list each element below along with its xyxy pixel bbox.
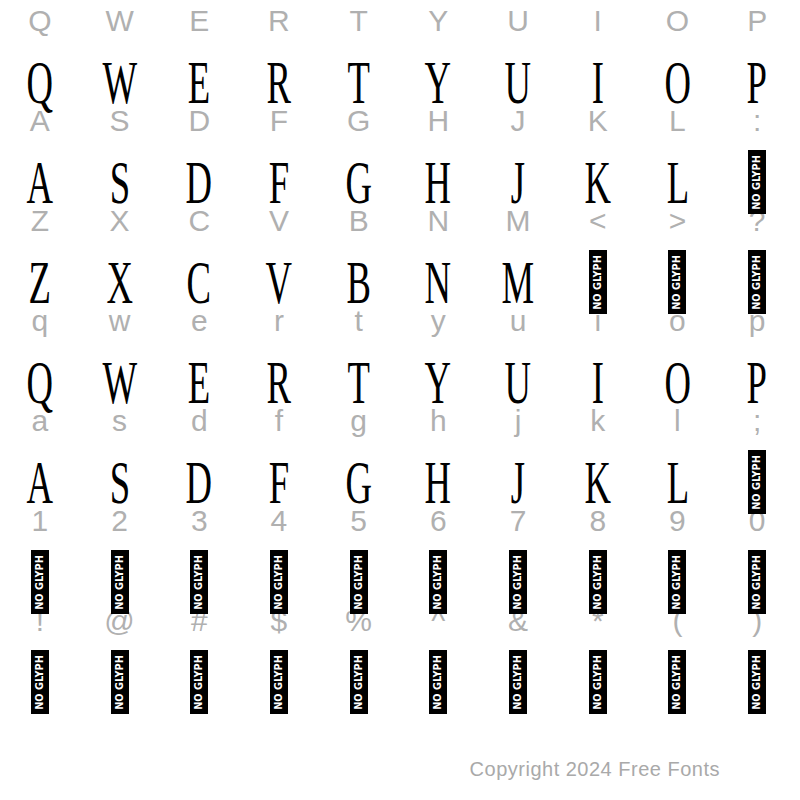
charmap-cell: VV — [239, 200, 319, 300]
reference-char: Q — [0, 4, 80, 38]
no-glyph-badge: NO GLYPH — [429, 650, 447, 714]
no-glyph-label: NO GLYPH — [193, 655, 206, 710]
charmap-cell: DD — [159, 100, 239, 200]
no-glyph-badge: NO GLYPH — [31, 650, 49, 714]
no-glyph-label: NO GLYPH — [751, 455, 764, 510]
reference-char: u — [478, 304, 558, 338]
charmap-cell: UU — [478, 0, 558, 100]
reference-char: Y — [398, 4, 478, 38]
reference-char: E — [159, 4, 239, 38]
no-glyph-label: NO GLYPH — [113, 555, 126, 610]
charmap-cell: <NO GLYPH — [558, 200, 638, 300]
no-glyph-label: NO GLYPH — [512, 555, 525, 610]
charmap-cell: 9NO GLYPH — [638, 500, 718, 600]
no-glyph-badge: NO GLYPH — [190, 550, 208, 614]
reference-char: 6 — [398, 504, 478, 538]
reference-char: k — [558, 404, 638, 438]
charmap-cell: 7NO GLYPH — [478, 500, 558, 600]
charmap-row: !NO GLYPH@NO GLYPH#NO GLYPH$NO GLYPH%NO … — [0, 600, 797, 700]
no-glyph-badge: NO GLYPH — [350, 550, 368, 614]
charmap-cell: #NO GLYPH — [159, 600, 239, 700]
reference-char: 8 — [558, 504, 638, 538]
charmap-cell: NN — [398, 200, 478, 300]
reference-char: : — [717, 104, 797, 138]
reference-char: f — [239, 404, 319, 438]
charmap-cell: QQ — [0, 0, 80, 100]
reference-char: R — [239, 4, 319, 38]
charmap-cell: 4NO GLYPH — [239, 500, 319, 600]
reference-char: t — [319, 304, 399, 338]
character-map: QQWWEERRTTYYUUIIOOPPAASSDDFFGGHHJJKKLL:N… — [0, 0, 797, 700]
charmap-cell: XX — [80, 200, 160, 300]
charmap-cell: PP — [717, 0, 797, 100]
no-glyph-badge: NO GLYPH — [589, 250, 607, 314]
charmap-cell: lL — [638, 400, 718, 500]
no-glyph-label: NO GLYPH — [33, 655, 46, 710]
no-glyph-label: NO GLYPH — [272, 555, 285, 610]
charmap-row: ZZXXCCVVBBNNMM<NO GLYPH>NO GLYPH?NO GLYP… — [0, 200, 797, 300]
no-glyph-badge: NO GLYPH — [429, 550, 447, 614]
no-glyph-badge: NO GLYPH — [31, 550, 49, 614]
no-glyph-label: NO GLYPH — [751, 555, 764, 610]
charmap-cell: wW — [80, 300, 160, 400]
reference-char: > — [638, 204, 718, 238]
no-glyph-label: NO GLYPH — [671, 655, 684, 710]
reference-char: ; — [717, 404, 797, 438]
copyright-text: Copyright 2024 Free Fonts — [470, 758, 720, 781]
reference-char: I — [558, 4, 638, 38]
reference-char: H — [398, 104, 478, 138]
no-glyph-label: NO GLYPH — [432, 555, 445, 610]
reference-char: J — [478, 104, 558, 138]
charmap-cell: CC — [159, 200, 239, 300]
reference-char: U — [478, 4, 558, 38]
no-glyph-label: NO GLYPH — [432, 655, 445, 710]
reference-char: 2 — [80, 504, 160, 538]
charmap-cell: )NO GLYPH — [717, 600, 797, 700]
charmap-cell: FF — [239, 100, 319, 200]
reference-char: Z — [0, 204, 80, 238]
reference-char: r — [239, 304, 319, 338]
charmap-row: AASSDDFFGGHHJJKKLL:NO GLYPH — [0, 100, 797, 200]
reference-char: B — [319, 204, 399, 238]
reference-char: T — [319, 4, 399, 38]
no-glyph-badge: NO GLYPH — [668, 250, 686, 314]
no-glyph-badge: NO GLYPH — [509, 650, 527, 714]
charmap-cell: pP — [717, 300, 797, 400]
charmap-cell: :NO GLYPH — [717, 100, 797, 200]
no-glyph-label: NO GLYPH — [113, 655, 126, 710]
charmap-cell: gG — [319, 400, 399, 500]
charmap-cell: HH — [398, 100, 478, 200]
charmap-cell: KK — [558, 100, 638, 200]
charmap-cell: 5NO GLYPH — [319, 500, 399, 600]
reference-char: h — [398, 404, 478, 438]
reference-char: N — [398, 204, 478, 238]
charmap-cell: tT — [319, 300, 399, 400]
charmap-cell: 2NO GLYPH — [80, 500, 160, 600]
charmap-row: aAsSdDfFgGhHjJkKlL;NO GLYPH — [0, 400, 797, 500]
no-glyph-label: NO GLYPH — [591, 555, 604, 610]
charmap-cell: YY — [398, 0, 478, 100]
charmap-cell: ^NO GLYPH — [398, 600, 478, 700]
charmap-cell: 6NO GLYPH — [398, 500, 478, 600]
reference-char: e — [159, 304, 239, 338]
reference-char: a — [0, 404, 80, 438]
reference-char: 5 — [319, 504, 399, 538]
no-glyph-label: NO GLYPH — [671, 255, 684, 310]
reference-char: < — [558, 204, 638, 238]
reference-char: F — [239, 104, 319, 138]
charmap-cell: hH — [398, 400, 478, 500]
reference-char: l — [638, 404, 718, 438]
no-glyph-badge: NO GLYPH — [111, 550, 129, 614]
no-glyph-label: NO GLYPH — [671, 555, 684, 610]
reference-char: 3 — [159, 504, 239, 538]
charmap-cell: fF — [239, 400, 319, 500]
charmap-row: qQwWeErRtTyYuUiIoOpP — [0, 300, 797, 400]
charmap-cell: oO — [638, 300, 718, 400]
charmap-cell: *NO GLYPH — [558, 600, 638, 700]
no-glyph-label: NO GLYPH — [193, 555, 206, 610]
charmap-cell: 0NO GLYPH — [717, 500, 797, 600]
no-glyph-badge: NO GLYPH — [748, 150, 766, 214]
no-glyph-badge: NO GLYPH — [111, 650, 129, 714]
no-glyph-badge: NO GLYPH — [748, 250, 766, 314]
charmap-cell: LL — [638, 100, 718, 200]
no-glyph-label: NO GLYPH — [352, 655, 365, 710]
reference-char: L — [638, 104, 718, 138]
charmap-cell: eE — [159, 300, 239, 400]
charmap-cell: sS — [80, 400, 160, 500]
reference-char: w — [80, 304, 160, 338]
reference-char: S — [80, 104, 160, 138]
charmap-cell: yY — [398, 300, 478, 400]
charmap-cell: !NO GLYPH — [0, 600, 80, 700]
charmap-cell: jJ — [478, 400, 558, 500]
charmap-cell: EE — [159, 0, 239, 100]
charmap-cell: RR — [239, 0, 319, 100]
charmap-cell: %NO GLYPH — [319, 600, 399, 700]
no-glyph-label: NO GLYPH — [352, 555, 365, 610]
charmap-cell: JJ — [478, 100, 558, 200]
no-glyph-badge: NO GLYPH — [589, 550, 607, 614]
reference-char: M — [478, 204, 558, 238]
charmap-cell: iI — [558, 300, 638, 400]
reference-char: G — [319, 104, 399, 138]
charmap-cell: ZZ — [0, 200, 80, 300]
charmap-cell: &NO GLYPH — [478, 600, 558, 700]
charmap-cell: 3NO GLYPH — [159, 500, 239, 600]
reference-char: y — [398, 304, 478, 338]
reference-char: q — [0, 304, 80, 338]
charmap-cell: II — [558, 0, 638, 100]
no-glyph-badge: NO GLYPH — [668, 650, 686, 714]
reference-char: 7 — [478, 504, 558, 538]
charmap-cell: qQ — [0, 300, 80, 400]
no-glyph-badge: NO GLYPH — [589, 650, 607, 714]
charmap-cell: AA — [0, 100, 80, 200]
no-glyph-label: NO GLYPH — [751, 655, 764, 710]
no-glyph-badge: NO GLYPH — [350, 650, 368, 714]
no-glyph-badge: NO GLYPH — [270, 650, 288, 714]
reference-char: D — [159, 104, 239, 138]
charmap-cell: OO — [638, 0, 718, 100]
reference-char: A — [0, 104, 80, 138]
charmap-cell: MM — [478, 200, 558, 300]
charmap-cell: BB — [319, 200, 399, 300]
charmap-cell: kK — [558, 400, 638, 500]
no-glyph-badge: NO GLYPH — [270, 550, 288, 614]
charmap-cell: ?NO GLYPH — [717, 200, 797, 300]
no-glyph-label: NO GLYPH — [512, 655, 525, 710]
no-glyph-badge: NO GLYPH — [748, 650, 766, 714]
no-glyph-badge: NO GLYPH — [190, 650, 208, 714]
charmap-cell: 1NO GLYPH — [0, 500, 80, 600]
no-glyph-badge: NO GLYPH — [509, 550, 527, 614]
charmap-cell: $NO GLYPH — [239, 600, 319, 700]
charmap-cell: WW — [80, 0, 160, 100]
no-glyph-badge: NO GLYPH — [748, 450, 766, 514]
charmap-cell: aA — [0, 400, 80, 500]
no-glyph-label: NO GLYPH — [33, 555, 46, 610]
charmap-row: QQWWEERRTTYYUUIIOOPP — [0, 0, 797, 100]
reference-char: W — [80, 4, 160, 38]
reference-char: 1 — [0, 504, 80, 538]
no-glyph-label: NO GLYPH — [272, 655, 285, 710]
no-glyph-badge: NO GLYPH — [668, 550, 686, 614]
reference-char: K — [558, 104, 638, 138]
no-glyph-label: NO GLYPH — [751, 255, 764, 310]
no-glyph-label: NO GLYPH — [751, 155, 764, 210]
reference-char: V — [239, 204, 319, 238]
charmap-row: 1NO GLYPH2NO GLYPH3NO GLYPH4NO GLYPH5NO … — [0, 500, 797, 600]
charmap-cell: TT — [319, 0, 399, 100]
charmap-cell: >NO GLYPH — [638, 200, 718, 300]
reference-char: O — [638, 4, 718, 38]
charmap-cell: uU — [478, 300, 558, 400]
reference-char: s — [80, 404, 160, 438]
charmap-cell: rR — [239, 300, 319, 400]
reference-char: C — [159, 204, 239, 238]
charmap-cell: dD — [159, 400, 239, 500]
reference-char: X — [80, 204, 160, 238]
no-glyph-label: NO GLYPH — [591, 255, 604, 310]
charmap-cell: @NO GLYPH — [80, 600, 160, 700]
reference-char: P — [717, 4, 797, 38]
reference-char: 9 — [638, 504, 718, 538]
reference-char: d — [159, 404, 239, 438]
reference-char: j — [478, 404, 558, 438]
no-glyph-badge: NO GLYPH — [748, 550, 766, 614]
no-glyph-label: NO GLYPH — [591, 655, 604, 710]
charmap-cell: 8NO GLYPH — [558, 500, 638, 600]
charmap-cell: ;NO GLYPH — [717, 400, 797, 500]
reference-char: 4 — [239, 504, 319, 538]
charmap-cell: (NO GLYPH — [638, 600, 718, 700]
charmap-cell: GG — [319, 100, 399, 200]
charmap-cell: SS — [80, 100, 160, 200]
reference-char: g — [319, 404, 399, 438]
